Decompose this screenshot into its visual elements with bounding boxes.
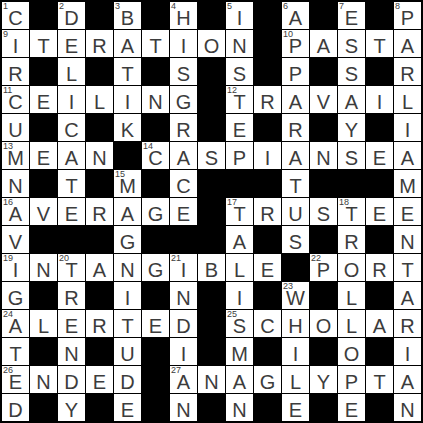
cell-r2c0[interactable]: R: [2, 58, 29, 85]
cell-letter: E: [30, 91, 57, 113]
cell-letter: T: [338, 203, 365, 225]
cell-r10c1: [30, 282, 57, 309]
cell-r4c4[interactable]: K: [114, 114, 141, 141]
cell-r8c4[interactable]: G: [114, 226, 141, 253]
cell-letter: N: [114, 259, 141, 281]
cell-r11c1[interactable]: L: [30, 310, 57, 337]
cell-r1c6[interactable]: I: [170, 30, 197, 57]
cell-r10c11: [310, 282, 337, 309]
cell-r2c3: [86, 58, 113, 85]
cell-r1c7[interactable]: O: [198, 30, 225, 57]
cell-letter: R: [366, 259, 393, 281]
cell-r0c12[interactable]: 7E: [338, 2, 365, 29]
cell-r11c3[interactable]: R: [86, 310, 113, 337]
cell-letter: L: [282, 371, 309, 393]
cell-r7c6[interactable]: E: [170, 198, 197, 225]
cell-r12c4[interactable]: U: [114, 338, 141, 365]
cell-r9c1[interactable]: N: [30, 254, 57, 281]
cell-r8c8[interactable]: A: [226, 226, 253, 253]
cell-letter: N: [2, 175, 29, 197]
cell-letter: E: [394, 203, 421, 225]
cell-r14c0[interactable]: D: [2, 394, 29, 421]
cell-r4c2[interactable]: C: [58, 114, 85, 141]
cell-letter: E: [226, 119, 253, 141]
cell-letter: P: [282, 63, 309, 85]
cell-letter: I: [394, 119, 421, 141]
cell-r3c9[interactable]: R: [254, 86, 281, 113]
cell-letter: V: [30, 203, 57, 225]
cell-letter: T: [142, 35, 169, 57]
cell-letter: R: [254, 91, 281, 113]
cell-r6c6[interactable]: C: [170, 170, 197, 197]
cell-r9c13[interactable]: R: [366, 254, 393, 281]
cell-r9c4[interactable]: N: [114, 254, 141, 281]
cell-r7c7: [198, 198, 225, 225]
cell-r3c6[interactable]: G: [170, 86, 197, 113]
cell-letter: C: [170, 175, 197, 197]
cell-letter: T: [114, 315, 141, 337]
cell-r3c13[interactable]: I: [366, 86, 393, 113]
cell-r13c2[interactable]: D: [58, 366, 85, 393]
cell-letter: N: [394, 231, 421, 253]
cell-r12c2[interactable]: N: [58, 338, 85, 365]
cell-letter: I: [2, 259, 29, 281]
cell-r6c9: [254, 170, 281, 197]
cell-r5c9[interactable]: I: [254, 142, 281, 169]
cell-r9c11[interactable]: 22P: [310, 254, 337, 281]
cell-letter: N: [198, 371, 225, 393]
cell-r9c10: [282, 254, 309, 281]
cell-letter: I: [282, 343, 309, 365]
cell-letter: C: [254, 315, 281, 337]
cell-r3c4[interactable]: I: [114, 86, 141, 113]
cell-r0c0[interactable]: 1C: [2, 2, 29, 29]
cell-r12c13: [366, 338, 393, 365]
cell-r2c8[interactable]: S: [226, 58, 253, 85]
cell-letter: K: [114, 119, 141, 141]
cell-letter: N: [142, 91, 169, 113]
cell-letter: I: [170, 259, 197, 281]
cell-r14c7: [198, 394, 225, 421]
cell-r7c9[interactable]: R: [254, 198, 281, 225]
cell-letter: E: [254, 259, 281, 281]
cell-r7c8[interactable]: 17T: [226, 198, 253, 225]
cell-r6c4[interactable]: 15M: [114, 170, 141, 197]
cell-letter: A: [226, 231, 253, 253]
cell-r7c1[interactable]: V: [30, 198, 57, 225]
cell-letter: A: [58, 147, 85, 169]
cell-letter: I: [2, 35, 29, 57]
cell-r13c8[interactable]: A: [226, 366, 253, 393]
cell-letter: V: [2, 231, 29, 253]
cell-letter: O: [198, 35, 225, 57]
cell-r1c8[interactable]: N: [226, 30, 253, 57]
cell-r7c5[interactable]: G: [142, 198, 169, 225]
cell-r7c14[interactable]: E: [394, 198, 421, 225]
cell-letter: N: [86, 147, 113, 169]
cell-r9c0[interactable]: 19I: [2, 254, 29, 281]
cell-letter: G: [254, 371, 281, 393]
cell-r12c10[interactable]: I: [282, 338, 309, 365]
cell-letter: E: [366, 147, 393, 169]
cell-letter: E: [170, 203, 197, 225]
cell-r3c1[interactable]: E: [30, 86, 57, 113]
cell-r11c5[interactable]: E: [142, 310, 169, 337]
cell-r3c0[interactable]: 11C: [2, 86, 29, 113]
cell-letter: S: [282, 231, 309, 253]
cell-letter: A: [226, 371, 253, 393]
cell-r11c7: [198, 310, 225, 337]
cell-letter: I: [366, 91, 393, 113]
cell-r11c11[interactable]: O: [310, 310, 337, 337]
cell-r1c2[interactable]: E: [58, 30, 85, 57]
cell-r9c6[interactable]: 21I: [170, 254, 197, 281]
cell-r14c2[interactable]: Y: [58, 394, 85, 421]
cell-r9c12[interactable]: O: [338, 254, 365, 281]
cell-r1c1[interactable]: T: [30, 30, 57, 57]
cell-r10c8[interactable]: I: [226, 282, 253, 309]
cell-letter: L: [58, 63, 85, 85]
cell-letter: E: [58, 35, 85, 57]
cell-r7c3[interactable]: R: [86, 198, 113, 225]
cell-r1c11[interactable]: A: [310, 30, 337, 57]
cell-r3c7: [198, 86, 225, 113]
cell-letter: A: [310, 35, 337, 57]
cell-r5c5[interactable]: 14C: [142, 142, 169, 169]
cell-r14c12[interactable]: E: [338, 394, 365, 421]
cell-letter: G: [2, 287, 29, 309]
cell-r13c7[interactable]: N: [198, 366, 225, 393]
cell-r10c9: [254, 282, 281, 309]
cell-r4c7: [198, 114, 225, 141]
cell-r1c13[interactable]: T: [366, 30, 393, 57]
cell-letter: W: [282, 287, 309, 309]
cell-r6c2[interactable]: T: [58, 170, 85, 197]
cell-r9c3[interactable]: A: [86, 254, 113, 281]
cell-r12c1: [30, 338, 57, 365]
cell-r13c4[interactable]: D: [114, 366, 141, 393]
cell-r14c14[interactable]: N: [394, 394, 421, 421]
cell-r1c4[interactable]: A: [114, 30, 141, 57]
cell-letter: E: [142, 315, 169, 337]
cell-r13c1[interactable]: N: [30, 366, 57, 393]
cell-r0c4[interactable]: 3B: [114, 2, 141, 29]
cell-r5c10[interactable]: A: [282, 142, 309, 169]
cell-r5c11[interactable]: N: [310, 142, 337, 169]
cell-letter: A: [394, 35, 421, 57]
cell-r4c9: [254, 114, 281, 141]
cell-r4c0[interactable]: U: [2, 114, 29, 141]
cell-letter: R: [394, 63, 421, 85]
cell-r3c11[interactable]: V: [310, 86, 337, 113]
cell-r8c3: [86, 226, 113, 253]
cell-r10c12[interactable]: L: [338, 282, 365, 309]
cell-r12c0[interactable]: T: [2, 338, 29, 365]
cell-letter: I: [170, 343, 197, 365]
cell-letter: N: [58, 343, 85, 365]
cell-letter: S: [170, 63, 197, 85]
cell-letter: G: [114, 231, 141, 253]
cell-r4c5: [142, 114, 169, 141]
cell-r13c0[interactable]: 26E: [2, 366, 29, 393]
cell-r6c13: [366, 170, 393, 197]
cell-r6c10[interactable]: T: [282, 170, 309, 197]
cell-r3c5[interactable]: N: [142, 86, 169, 113]
cell-r8c6: [170, 226, 197, 253]
cell-r14c11: [310, 394, 337, 421]
cell-r1c0[interactable]: 9I: [2, 30, 29, 57]
cell-r0c1: [30, 2, 57, 29]
cell-r4c10[interactable]: R: [282, 114, 309, 141]
cell-letter: T: [226, 91, 253, 113]
cell-r14c6[interactable]: N: [170, 394, 197, 421]
cell-letter: S: [338, 147, 365, 169]
cell-r5c8[interactable]: P: [226, 142, 253, 169]
cell-letter: I: [394, 343, 421, 365]
cell-r11c4[interactable]: T: [114, 310, 141, 337]
cell-r10c6[interactable]: N: [170, 282, 197, 309]
cell-r7c4[interactable]: A: [114, 198, 141, 225]
cell-letter: I: [254, 147, 281, 169]
cell-r8c7: [198, 226, 225, 253]
cell-r5c14[interactable]: A: [394, 142, 421, 169]
cell-r6c14[interactable]: M: [394, 170, 421, 197]
cell-r9c7[interactable]: B: [198, 254, 225, 281]
cell-letter: G: [142, 203, 169, 225]
cell-r1c3[interactable]: R: [86, 30, 113, 57]
cell-letter: L: [338, 315, 365, 337]
cell-letter: A: [394, 287, 421, 309]
cell-r5c6[interactable]: A: [170, 142, 197, 169]
cell-letter: P: [226, 147, 253, 169]
cell-r6c8: [226, 170, 253, 197]
cell-r10c2[interactable]: R: [58, 282, 85, 309]
cell-letter: E: [366, 203, 393, 225]
cell-r13c3[interactable]: E: [86, 366, 113, 393]
cell-r7c12[interactable]: 18T: [338, 198, 365, 225]
cell-r14c4[interactable]: E: [114, 394, 141, 421]
cell-r5c3[interactable]: N: [86, 142, 113, 169]
cell-r11c9[interactable]: C: [254, 310, 281, 337]
cell-r10c10[interactable]: 23W: [282, 282, 309, 309]
cell-letter: T: [2, 343, 29, 365]
cell-letter: L: [30, 315, 57, 337]
cell-letter: A: [114, 35, 141, 57]
cell-r12c14[interactable]: I: [394, 338, 421, 365]
cell-r11c6[interactable]: D: [170, 310, 197, 337]
cell-r3c8[interactable]: 12T: [226, 86, 253, 113]
cell-r6c1: [30, 170, 57, 197]
cell-letter: I: [170, 35, 197, 57]
cell-r3c3[interactable]: L: [86, 86, 113, 113]
cell-r2c10[interactable]: P: [282, 58, 309, 85]
cell-r1c5[interactable]: T: [142, 30, 169, 57]
cell-letter: D: [170, 315, 197, 337]
cell-r2c6[interactable]: S: [170, 58, 197, 85]
cell-r8c0[interactable]: V: [2, 226, 29, 253]
cell-letter: A: [282, 7, 309, 29]
cell-r7c10[interactable]: U: [282, 198, 309, 225]
cell-letter: R: [338, 231, 365, 253]
cell-r0c10[interactable]: 6A: [282, 2, 309, 29]
cell-r4c14[interactable]: I: [394, 114, 421, 141]
cell-r13c13[interactable]: T: [366, 366, 393, 393]
cell-r12c6[interactable]: I: [170, 338, 197, 365]
cell-letter: D: [58, 371, 85, 393]
cell-r4c13: [366, 114, 393, 141]
cell-r9c5[interactable]: G: [142, 254, 169, 281]
cell-letter: P: [394, 7, 421, 29]
cell-r0c9: [254, 2, 281, 29]
cell-r8c12[interactable]: R: [338, 226, 365, 253]
cell-r3c10[interactable]: A: [282, 86, 309, 113]
cell-r4c6[interactable]: R: [170, 114, 197, 141]
cell-letter: I: [58, 91, 85, 113]
cell-letter: C: [142, 147, 169, 169]
cell-letter: A: [2, 315, 29, 337]
cell-r8c14[interactable]: N: [394, 226, 421, 253]
cell-r5c7[interactable]: S: [198, 142, 225, 169]
cell-letter: R: [2, 63, 29, 85]
cell-r7c0[interactable]: 16A: [2, 198, 29, 225]
cell-letter: P: [282, 35, 309, 57]
cell-r13c14[interactable]: A: [394, 366, 421, 393]
cell-r9c8[interactable]: L: [226, 254, 253, 281]
cell-letter: L: [226, 259, 253, 281]
cell-r5c0[interactable]: 13M: [2, 142, 29, 169]
cell-r11c10[interactable]: H: [282, 310, 309, 337]
cell-letter: U: [114, 343, 141, 365]
cell-r2c11: [310, 58, 337, 85]
cell-letter: D: [2, 399, 29, 421]
cell-r9c14[interactable]: T: [394, 254, 421, 281]
cell-letter: T: [366, 35, 393, 57]
cell-r6c7: [198, 170, 225, 197]
cell-r8c9: [254, 226, 281, 253]
cell-letter: U: [2, 119, 29, 141]
cell-letter: N: [394, 399, 421, 421]
cell-r8c2: [58, 226, 85, 253]
cell-r0c6[interactable]: 4H: [170, 2, 197, 29]
cell-r4c1: [30, 114, 57, 141]
cell-letter: G: [170, 91, 197, 113]
cell-r11c8[interactable]: 25S: [226, 310, 253, 337]
cell-r12c12[interactable]: O: [338, 338, 365, 365]
cell-r5c1[interactable]: E: [30, 142, 57, 169]
cell-r11c14[interactable]: R: [394, 310, 421, 337]
cell-letter: E: [114, 399, 141, 421]
cell-r11c13[interactable]: A: [366, 310, 393, 337]
cell-letter: E: [58, 315, 85, 337]
cell-r10c0[interactable]: G: [2, 282, 29, 309]
cell-r1c10[interactable]: 10P: [282, 30, 309, 57]
cell-r0c14[interactable]: 8P: [394, 2, 421, 29]
cell-r2c4[interactable]: T: [114, 58, 141, 85]
cell-r13c12[interactable]: P: [338, 366, 365, 393]
cell-r7c13[interactable]: E: [366, 198, 393, 225]
cell-r11c2[interactable]: E: [58, 310, 85, 337]
cell-r6c0[interactable]: N: [2, 170, 29, 197]
cell-r6c11: [310, 170, 337, 197]
cell-letter: A: [394, 371, 421, 393]
cell-r14c5: [142, 394, 169, 421]
cell-r8c11: [310, 226, 337, 253]
cell-letter: N: [226, 399, 253, 421]
cell-r1c12[interactable]: S: [338, 30, 365, 57]
cell-letter: E: [282, 399, 309, 421]
cell-letter: B: [198, 259, 225, 281]
cell-r5c12[interactable]: S: [338, 142, 365, 169]
cell-letter: N: [170, 399, 197, 421]
cell-letter: S: [198, 147, 225, 169]
cell-r14c13: [366, 394, 393, 421]
cell-letter: I: [226, 287, 253, 309]
cell-letter: O: [310, 315, 337, 337]
cell-letter: M: [394, 175, 421, 197]
cell-r8c10[interactable]: S: [282, 226, 309, 253]
cell-letter: P: [338, 371, 365, 393]
cell-letter: A: [170, 147, 197, 169]
cell-r10c4[interactable]: I: [114, 282, 141, 309]
cell-r13c5: [142, 366, 169, 393]
cell-r3c14[interactable]: L: [394, 86, 421, 113]
cell-r13c10[interactable]: L: [282, 366, 309, 393]
cell-letter: A: [114, 203, 141, 225]
cell-r4c8[interactable]: E: [226, 114, 253, 141]
cell-letter: G: [142, 259, 169, 281]
cell-r13c9[interactable]: G: [254, 366, 281, 393]
cell-r5c13[interactable]: E: [366, 142, 393, 169]
cell-r0c8[interactable]: 5I: [226, 2, 253, 29]
cell-r7c11[interactable]: S: [310, 198, 337, 225]
cell-r2c12[interactable]: S: [338, 58, 365, 85]
cell-letter: A: [366, 315, 393, 337]
cell-r1c14[interactable]: A: [394, 30, 421, 57]
cell-r9c2[interactable]: 20T: [58, 254, 85, 281]
cell-letter: Y: [338, 119, 365, 141]
cell-r5c2[interactable]: A: [58, 142, 85, 169]
cell-r13c11[interactable]: Y: [310, 366, 337, 393]
cell-r2c2[interactable]: L: [58, 58, 85, 85]
cell-r6c12: [338, 170, 365, 197]
cell-r10c14[interactable]: A: [394, 282, 421, 309]
cell-r4c3: [86, 114, 113, 141]
cell-r2c14[interactable]: R: [394, 58, 421, 85]
cell-r9c9[interactable]: E: [254, 254, 281, 281]
cell-r13c6[interactable]: 27A: [170, 366, 197, 393]
cell-letter: N: [30, 371, 57, 393]
cell-letter: C: [58, 119, 85, 141]
cell-r7c2[interactable]: E: [58, 198, 85, 225]
cell-r12c8[interactable]: M: [226, 338, 253, 365]
cell-letter: S: [226, 63, 253, 85]
cell-r14c10[interactable]: E: [282, 394, 309, 421]
cell-r3c2[interactable]: I: [58, 86, 85, 113]
cell-r0c2[interactable]: 2D: [58, 2, 85, 29]
cell-letter: E: [338, 7, 365, 29]
cell-r10c5: [142, 282, 169, 309]
cell-r2c7: [198, 58, 225, 85]
cell-r8c13: [366, 226, 393, 253]
cell-letter: M: [2, 147, 29, 169]
cell-r14c8[interactable]: N: [226, 394, 253, 421]
cell-r11c12[interactable]: L: [338, 310, 365, 337]
cell-r3c12[interactable]: A: [338, 86, 365, 113]
cell-r10c13: [366, 282, 393, 309]
cell-r11c0[interactable]: 24A: [2, 310, 29, 337]
cell-letter: H: [170, 7, 197, 29]
cell-r4c12[interactable]: Y: [338, 114, 365, 141]
